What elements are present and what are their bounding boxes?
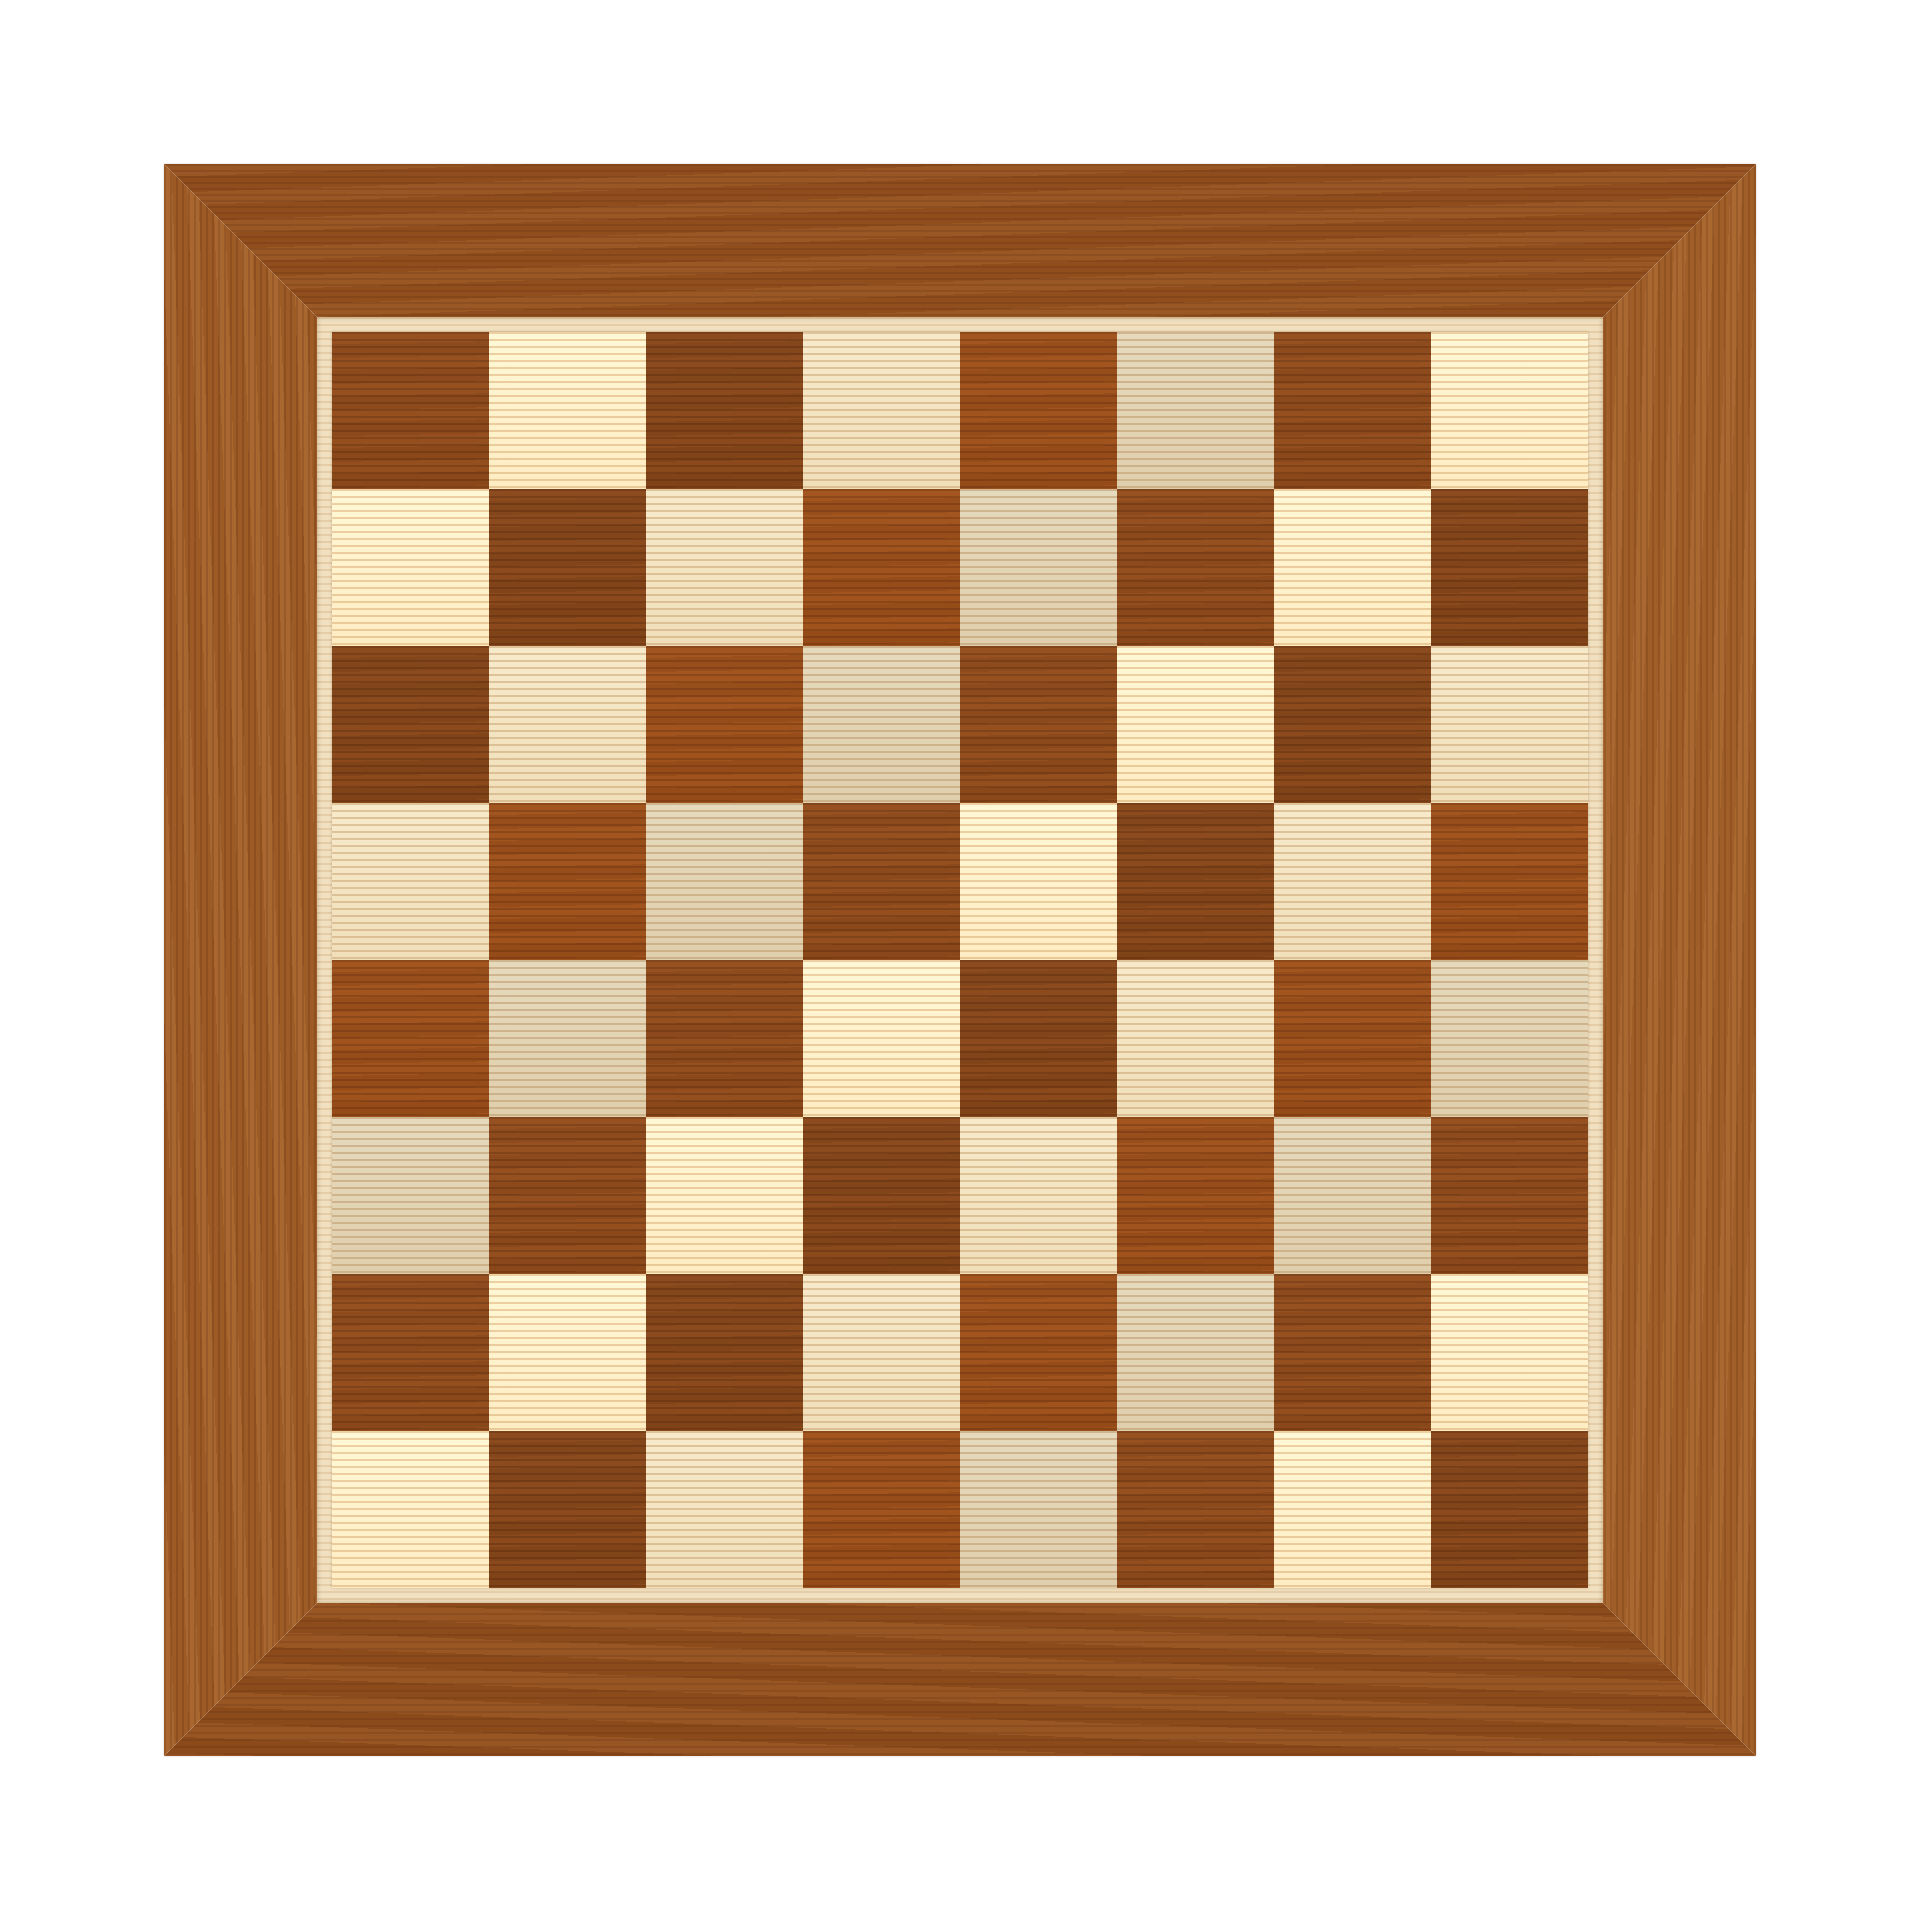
square-r7c0-light[interactable]	[332, 1431, 489, 1588]
square-r1c1-dark[interactable]	[489, 489, 646, 646]
square-r2c0-dark[interactable]	[332, 646, 489, 803]
square-r4c0-dark[interactable]	[332, 960, 489, 1117]
square-r6c5-light[interactable]	[1117, 1274, 1274, 1431]
square-r0c6-dark[interactable]	[1274, 332, 1431, 489]
square-r7c2-light[interactable]	[646, 1431, 803, 1588]
square-r2c7-light[interactable]	[1431, 646, 1588, 803]
square-r4c3-light[interactable]	[803, 960, 960, 1117]
square-r1c4-light[interactable]	[960, 489, 1117, 646]
square-r5c7-dark[interactable]	[1431, 1117, 1588, 1274]
square-r2c2-dark[interactable]	[646, 646, 803, 803]
board-grid	[332, 332, 1588, 1588]
square-r1c6-light[interactable]	[1274, 489, 1431, 646]
square-r3c7-dark[interactable]	[1431, 803, 1588, 960]
square-r5c5-dark[interactable]	[1117, 1117, 1274, 1274]
square-r6c4-dark[interactable]	[960, 1274, 1117, 1431]
square-r1c0-light[interactable]	[332, 489, 489, 646]
square-r5c3-dark[interactable]	[803, 1117, 960, 1274]
square-r1c2-light[interactable]	[646, 489, 803, 646]
square-r4c2-dark[interactable]	[646, 960, 803, 1117]
square-r3c6-light[interactable]	[1274, 803, 1431, 960]
square-r7c3-dark[interactable]	[803, 1431, 960, 1588]
square-r0c3-light[interactable]	[803, 332, 960, 489]
square-r0c4-dark[interactable]	[960, 332, 1117, 489]
square-r2c4-dark[interactable]	[960, 646, 1117, 803]
square-r7c5-dark[interactable]	[1117, 1431, 1274, 1588]
square-r6c3-light[interactable]	[803, 1274, 960, 1431]
square-r0c0-dark[interactable]	[332, 332, 489, 489]
square-r5c6-light[interactable]	[1274, 1117, 1431, 1274]
square-r0c1-light[interactable]	[489, 332, 646, 489]
square-r3c1-dark[interactable]	[489, 803, 646, 960]
square-r3c0-light[interactable]	[332, 803, 489, 960]
square-r5c2-light[interactable]	[646, 1117, 803, 1274]
square-r0c7-light[interactable]	[1431, 332, 1588, 489]
square-r1c7-dark[interactable]	[1431, 489, 1588, 646]
square-r2c5-light[interactable]	[1117, 646, 1274, 803]
square-r7c6-light[interactable]	[1274, 1431, 1431, 1588]
square-r4c7-light[interactable]	[1431, 960, 1588, 1117]
square-r1c3-dark[interactable]	[803, 489, 960, 646]
square-r4c1-light[interactable]	[489, 960, 646, 1117]
square-r0c5-light[interactable]	[1117, 332, 1274, 489]
square-r4c4-dark[interactable]	[960, 960, 1117, 1117]
square-r5c4-light[interactable]	[960, 1117, 1117, 1274]
square-r3c2-light[interactable]	[646, 803, 803, 960]
square-r6c0-dark[interactable]	[332, 1274, 489, 1431]
square-r5c1-dark[interactable]	[489, 1117, 646, 1274]
square-r4c5-light[interactable]	[1117, 960, 1274, 1117]
square-r1c5-dark[interactable]	[1117, 489, 1274, 646]
square-r4c6-dark[interactable]	[1274, 960, 1431, 1117]
square-r2c3-light[interactable]	[803, 646, 960, 803]
chess-board	[164, 164, 1756, 1756]
square-r3c5-dark[interactable]	[1117, 803, 1274, 960]
square-r2c1-light[interactable]	[489, 646, 646, 803]
square-r2c6-dark[interactable]	[1274, 646, 1431, 803]
square-r3c3-dark[interactable]	[803, 803, 960, 960]
square-r6c1-light[interactable]	[489, 1274, 646, 1431]
square-r7c4-light[interactable]	[960, 1431, 1117, 1588]
accent-border	[317, 317, 1603, 1603]
square-r6c6-dark[interactable]	[1274, 1274, 1431, 1431]
square-r3c4-light[interactable]	[960, 803, 1117, 960]
square-r7c7-dark[interactable]	[1431, 1431, 1588, 1588]
square-r7c1-dark[interactable]	[489, 1431, 646, 1588]
product-photo-canvas	[0, 0, 1920, 1920]
square-r0c2-dark[interactable]	[646, 332, 803, 489]
square-r5c0-light[interactable]	[332, 1117, 489, 1274]
square-r6c7-light[interactable]	[1431, 1274, 1588, 1431]
square-r6c2-dark[interactable]	[646, 1274, 803, 1431]
